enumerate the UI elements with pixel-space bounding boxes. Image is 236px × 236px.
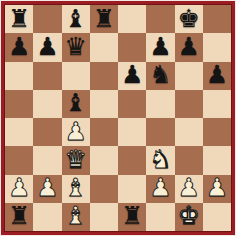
piece-white-pawn: ♟ [8, 175, 30, 200]
square-a6[interactable] [5, 62, 33, 90]
piece-black-pawn: ♟ [36, 34, 58, 59]
square-f7[interactable]: ♟ [146, 33, 174, 61]
square-f5[interactable] [146, 90, 174, 118]
square-c4[interactable]: ♟ [62, 118, 90, 146]
chess-board: ♜♝♜♚♟♟♛♟♟♟♞♟♝♟♛♞♟♟♝♟♟♟♜♝♜♚ [5, 5, 231, 231]
square-c5[interactable]: ♝ [62, 90, 90, 118]
square-d8[interactable]: ♜ [90, 5, 118, 33]
piece-white-bishop: ♝ [64, 203, 86, 228]
board-frame: ♜♝♜♚♟♟♛♟♟♟♞♟♝♟♛♞♟♟♝♟♟♟♜♝♜♚ [0, 0, 236, 236]
square-b5[interactable] [33, 90, 61, 118]
square-f1[interactable] [146, 203, 174, 231]
piece-black-knight: ♞ [149, 62, 171, 87]
square-e7[interactable] [118, 33, 146, 61]
square-b8[interactable] [33, 5, 61, 33]
square-d3[interactable] [90, 146, 118, 174]
piece-black-pawn: ♟ [149, 34, 171, 59]
square-g2[interactable]: ♟ [175, 175, 203, 203]
piece-black-rook: ♜ [121, 203, 143, 228]
square-g4[interactable] [175, 118, 203, 146]
piece-black-rook: ♜ [93, 6, 115, 31]
square-f4[interactable] [146, 118, 174, 146]
piece-white-knight: ♞ [149, 147, 171, 172]
square-g3[interactable] [175, 146, 203, 174]
square-e4[interactable] [118, 118, 146, 146]
square-f2[interactable]: ♟ [146, 175, 174, 203]
square-f8[interactable] [146, 5, 174, 33]
piece-black-king: ♚ [177, 6, 199, 31]
square-e8[interactable] [118, 5, 146, 33]
square-g7[interactable]: ♟ [175, 33, 203, 61]
square-e5[interactable] [118, 90, 146, 118]
square-a8[interactable]: ♜ [5, 5, 33, 33]
square-h1[interactable] [203, 203, 231, 231]
square-f6[interactable]: ♞ [146, 62, 174, 90]
square-d4[interactable] [90, 118, 118, 146]
piece-white-bishop: ♝ [64, 175, 86, 200]
piece-white-pawn: ♟ [206, 175, 228, 200]
square-g6[interactable] [175, 62, 203, 90]
square-b3[interactable] [33, 146, 61, 174]
piece-black-rook: ♜ [8, 203, 30, 228]
piece-white-queen: ♛ [64, 147, 86, 172]
square-g1[interactable]: ♚ [175, 203, 203, 231]
square-e6[interactable]: ♟ [118, 62, 146, 90]
square-c1[interactable]: ♝ [62, 203, 90, 231]
square-g5[interactable] [175, 90, 203, 118]
piece-black-pawn: ♟ [8, 34, 30, 59]
square-a7[interactable]: ♟ [5, 33, 33, 61]
square-d1[interactable] [90, 203, 118, 231]
square-e3[interactable] [118, 146, 146, 174]
square-c3[interactable]: ♛ [62, 146, 90, 174]
square-h6[interactable]: ♟ [203, 62, 231, 90]
piece-black-bishop: ♝ [64, 90, 86, 115]
square-h7[interactable] [203, 33, 231, 61]
square-a1[interactable]: ♜ [5, 203, 33, 231]
square-f3[interactable]: ♞ [146, 146, 174, 174]
piece-black-pawn: ♟ [206, 62, 228, 87]
piece-black-bishop: ♝ [64, 6, 86, 31]
square-b7[interactable]: ♟ [33, 33, 61, 61]
piece-white-pawn: ♟ [149, 175, 171, 200]
piece-white-king: ♚ [177, 203, 199, 228]
square-c2[interactable]: ♝ [62, 175, 90, 203]
square-b1[interactable] [33, 203, 61, 231]
square-h4[interactable] [203, 118, 231, 146]
piece-black-rook: ♜ [8, 6, 30, 31]
square-d6[interactable] [90, 62, 118, 90]
square-a2[interactable]: ♟ [5, 175, 33, 203]
square-c7[interactable]: ♛ [62, 33, 90, 61]
square-c6[interactable] [62, 62, 90, 90]
square-h5[interactable] [203, 90, 231, 118]
square-e1[interactable]: ♜ [118, 203, 146, 231]
square-h3[interactable] [203, 146, 231, 174]
square-h2[interactable]: ♟ [203, 175, 231, 203]
piece-black-pawn: ♟ [121, 62, 143, 87]
chess-diagram: ♜♝♜♚♟♟♛♟♟♟♞♟♝♟♛♞♟♟♝♟♟♟♜♝♜♚ [0, 0, 236, 236]
square-d2[interactable] [90, 175, 118, 203]
piece-black-queen: ♛ [64, 34, 86, 59]
square-h8[interactable] [203, 5, 231, 33]
piece-black-pawn: ♟ [177, 34, 199, 59]
piece-white-pawn: ♟ [177, 175, 199, 200]
square-g8[interactable]: ♚ [175, 5, 203, 33]
piece-white-pawn: ♟ [36, 175, 58, 200]
square-a3[interactable] [5, 146, 33, 174]
square-c8[interactable]: ♝ [62, 5, 90, 33]
square-e2[interactable] [118, 175, 146, 203]
square-a5[interactable] [5, 90, 33, 118]
square-b4[interactable] [33, 118, 61, 146]
square-b6[interactable] [33, 62, 61, 90]
square-d7[interactable] [90, 33, 118, 61]
square-a4[interactable] [5, 118, 33, 146]
piece-white-pawn: ♟ [64, 119, 86, 144]
square-b2[interactable]: ♟ [33, 175, 61, 203]
square-d5[interactable] [90, 90, 118, 118]
